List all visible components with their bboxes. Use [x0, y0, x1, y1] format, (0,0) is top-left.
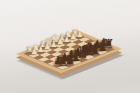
photo-background: ♜♞♝♛♚♝♞♜♟♟♟♟♟♟♟♟♟♟♟♟♟♟♟♟♜♞♝♛♚♝♞♜	[0, 0, 140, 93]
chess-piece-black-pawn: ♟	[73, 48, 83, 59]
pieces-layer: ♜♞♝♛♚♝♞♜♟♟♟♟♟♟♟♟♟♟♟♟♟♟♟♟♜♞♝♛♚♝♞♜	[0, 0, 140, 93]
chess-piece-black-rook: ♜	[103, 38, 114, 51]
chess-piece-white-bishop: ♝	[38, 40, 46, 49]
chess-piece-white-king: ♚	[50, 33, 60, 44]
chess-piece-white-knight: ♞	[65, 30, 73, 38]
chess-piece-black-king: ♚	[81, 41, 97, 59]
chess-piece-black-pawn: ♟	[54, 56, 64, 67]
chess-piece-white-pawn: ♟	[70, 33, 77, 41]
chess-piece-white-pawn: ♟	[44, 43, 51, 51]
chess-piece-black-pawn: ♟	[60, 53, 70, 64]
chess-piece-black-pawn: ♟	[79, 45, 89, 56]
chess-piece-white-knight: ♞	[32, 43, 40, 51]
chess-piece-white-bishop: ♝	[58, 32, 66, 41]
chess-piece-white-pawn: ♟	[63, 35, 70, 43]
chess-piece-white-pawn: ♟	[31, 48, 38, 56]
chess-piece-white-pawn: ♟	[50, 40, 57, 48]
chess-piece-black-rook: ♜	[57, 56, 68, 69]
chess-piece-black-knight: ♞	[64, 53, 76, 66]
chess-piece-black-pawn: ♟	[66, 50, 76, 61]
chess-piece-white-queen: ♛	[44, 36, 53, 46]
chess-piece-black-pawn: ♟	[86, 43, 96, 54]
chess-piece-white-pawn: ♟	[76, 30, 83, 38]
chess-piece-white-rook: ♜	[26, 46, 33, 54]
chess-piece-white-pawn: ♟	[37, 46, 44, 54]
chess-piece-black-knight: ♞	[96, 40, 108, 53]
chess-piece-black-bishop: ♝	[89, 41, 102, 55]
chess-piece-black-bishop: ♝	[70, 49, 83, 63]
chess-piece-white-pawn: ♟	[57, 38, 64, 46]
chess-piece-black-pawn: ♟	[99, 38, 109, 49]
chess-piece-black-pawn: ♟	[92, 40, 102, 51]
chess-piece-white-rook: ♜	[71, 28, 78, 36]
chess-piece-black-queen: ♛	[75, 45, 90, 61]
